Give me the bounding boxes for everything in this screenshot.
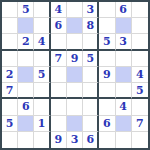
sudoku-cell-r7c9[interactable] bbox=[132, 99, 148, 115]
sudoku-cell-r3c5[interactable] bbox=[67, 34, 83, 50]
sudoku-cell-r9c5[interactable]: 3 bbox=[67, 132, 83, 148]
sudoku-cell-r8c2[interactable] bbox=[18, 116, 34, 132]
sudoku-cell-r3c2[interactable]: 2 bbox=[18, 34, 34, 50]
sudoku-cell-r4c5[interactable]: 9 bbox=[67, 51, 83, 67]
sudoku-cell-r1c8[interactable]: 6 bbox=[116, 2, 132, 18]
sudoku-cell-r8c3[interactable]: 1 bbox=[34, 116, 50, 132]
sudoku-cell-r9c8[interactable] bbox=[116, 132, 132, 148]
sudoku-cell-r9c2[interactable] bbox=[18, 132, 34, 148]
sudoku-cell-r1c3[interactable] bbox=[34, 2, 50, 18]
sudoku-cell-r3c6[interactable] bbox=[83, 34, 99, 50]
sudoku-cell-r5c9[interactable]: 4 bbox=[132, 67, 148, 83]
sudoku-cell-r4c3[interactable] bbox=[34, 51, 50, 67]
sudoku-cell-r5c5[interactable] bbox=[67, 67, 83, 83]
sudoku-cell-r9c7[interactable] bbox=[99, 132, 115, 148]
sudoku-cell-r7c5[interactable] bbox=[67, 99, 83, 115]
sudoku-cell-r9c3[interactable] bbox=[34, 132, 50, 148]
sudoku-cell-r1c5[interactable] bbox=[67, 2, 83, 18]
sudoku-cell-r6c2[interactable] bbox=[18, 83, 34, 99]
sudoku-cell-r9c6[interactable]: 6 bbox=[83, 132, 99, 148]
sudoku-cell-r8c4[interactable] bbox=[51, 116, 67, 132]
sudoku-cell-r9c4[interactable]: 9 bbox=[51, 132, 67, 148]
sudoku-cell-r3c4[interactable] bbox=[51, 34, 67, 50]
sudoku-cell-r9c9[interactable] bbox=[132, 132, 148, 148]
sudoku-cell-r6c5[interactable] bbox=[67, 83, 83, 99]
sudoku-cell-r4c7[interactable] bbox=[99, 51, 115, 67]
sudoku-cell-r8c1[interactable]: 5 bbox=[2, 116, 18, 132]
sudoku-cell-r3c7[interactable]: 5 bbox=[99, 34, 115, 50]
sudoku-cell-r3c3[interactable]: 4 bbox=[34, 34, 50, 50]
sudoku-cell-r8c7[interactable]: 6 bbox=[99, 116, 115, 132]
sudoku-cell-r4c1[interactable] bbox=[2, 51, 18, 67]
sudoku-cell-r2c3[interactable] bbox=[34, 18, 50, 34]
sudoku-cell-r3c8[interactable]: 3 bbox=[116, 34, 132, 50]
sudoku-cell-r6c4[interactable] bbox=[51, 83, 67, 99]
sudoku-cell-r7c2[interactable]: 6 bbox=[18, 99, 34, 115]
sudoku-cell-r5c6[interactable] bbox=[83, 67, 99, 83]
sudoku-cell-r2c4[interactable]: 6 bbox=[51, 18, 67, 34]
sudoku-cell-r7c8[interactable]: 4 bbox=[116, 99, 132, 115]
sudoku-cell-r1c1[interactable] bbox=[2, 2, 18, 18]
sudoku-cell-r6c8[interactable] bbox=[116, 83, 132, 99]
sudoku-cell-r2c6[interactable]: 8 bbox=[83, 18, 99, 34]
sudoku-cell-r2c8[interactable] bbox=[116, 18, 132, 34]
sudoku-cell-r4c4[interactable]: 7 bbox=[51, 51, 67, 67]
sudoku-cell-r5c2[interactable] bbox=[18, 67, 34, 83]
sudoku-cell-r1c6[interactable]: 3 bbox=[83, 2, 99, 18]
sudoku-cell-r3c9[interactable] bbox=[132, 34, 148, 50]
sudoku-cell-r8c5[interactable] bbox=[67, 116, 83, 132]
sudoku-cell-r6c3[interactable] bbox=[34, 83, 50, 99]
sudoku-cell-r8c9[interactable]: 7 bbox=[132, 116, 148, 132]
sudoku-cell-r2c1[interactable] bbox=[2, 18, 18, 34]
sudoku-cell-r8c8[interactable] bbox=[116, 116, 132, 132]
sudoku-cell-r5c3[interactable]: 5 bbox=[34, 67, 50, 83]
sudoku-cell-r9c1[interactable] bbox=[2, 132, 18, 148]
sudoku-cell-r2c9[interactable] bbox=[132, 18, 148, 34]
sudoku-cell-r2c5[interactable] bbox=[67, 18, 83, 34]
sudoku-cell-r5c7[interactable]: 9 bbox=[99, 67, 115, 83]
sudoku-cell-r1c9[interactable] bbox=[132, 2, 148, 18]
sudoku-cell-r2c7[interactable] bbox=[99, 18, 115, 34]
sudoku-cell-r7c6[interactable] bbox=[83, 99, 99, 115]
sudoku-cell-r4c6[interactable]: 5 bbox=[83, 51, 99, 67]
sudoku-cell-r4c9[interactable] bbox=[132, 51, 148, 67]
sudoku-cell-r6c6[interactable] bbox=[83, 83, 99, 99]
sudoku-cell-r1c4[interactable]: 4 bbox=[51, 2, 67, 18]
sudoku-cell-r5c4[interactable] bbox=[51, 67, 67, 83]
sudoku-cell-r2c2[interactable] bbox=[18, 18, 34, 34]
sudoku-cell-r7c7[interactable] bbox=[99, 99, 115, 115]
sudoku-cell-r8c6[interactable] bbox=[83, 116, 99, 132]
sudoku-cell-r4c2[interactable] bbox=[18, 51, 34, 67]
sudoku-cell-r6c9[interactable]: 5 bbox=[132, 83, 148, 99]
sudoku-cell-r7c1[interactable] bbox=[2, 99, 18, 115]
sudoku-cell-r3c1[interactable] bbox=[2, 34, 18, 50]
sudoku-cell-r1c7[interactable] bbox=[99, 2, 115, 18]
sudoku-cell-r7c4[interactable] bbox=[51, 99, 67, 115]
sudoku-board: 5436682453795259475645167936 bbox=[0, 0, 150, 150]
sudoku-cell-r6c1[interactable]: 7 bbox=[2, 83, 18, 99]
sudoku-cell-r4c8[interactable] bbox=[116, 51, 132, 67]
sudoku-cell-r7c3[interactable] bbox=[34, 99, 50, 115]
sudoku-cell-r6c7[interactable] bbox=[99, 83, 115, 99]
sudoku-cell-r5c1[interactable]: 2 bbox=[2, 67, 18, 83]
sudoku-cell-r5c8[interactable] bbox=[116, 67, 132, 83]
sudoku-cell-r1c2[interactable]: 5 bbox=[18, 2, 34, 18]
